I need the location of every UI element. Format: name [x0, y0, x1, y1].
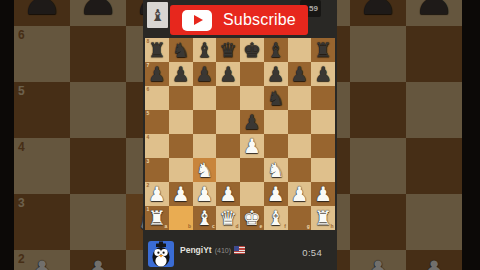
- square-b5[interactable]: [169, 110, 193, 134]
- square-b7[interactable]: ♟: [169, 62, 193, 86]
- rank-label: 1: [147, 207, 150, 212]
- square-e8[interactable]: ♚: [240, 38, 264, 62]
- square-h6[interactable]: [311, 86, 335, 110]
- piece-bp-e5[interactable]: ♟: [243, 110, 261, 134]
- square-d5[interactable]: [216, 110, 240, 134]
- square-d7[interactable]: ♟: [216, 62, 240, 86]
- piece-bb-f8[interactable]: ♝: [267, 38, 285, 62]
- player-rating: (410): [215, 247, 231, 254]
- piece-wp-d2[interactable]: ♟: [219, 182, 237, 206]
- square-d8[interactable]: ♛: [216, 38, 240, 62]
- square-c3[interactable]: ♞: [193, 158, 217, 182]
- square-c4[interactable]: [193, 134, 217, 158]
- square-e3[interactable]: [240, 158, 264, 182]
- square-h5[interactable]: [311, 110, 335, 134]
- bottom-player-clock: 0:54: [302, 247, 322, 258]
- square-a7[interactable]: 7♟: [145, 62, 169, 86]
- piece-br-a8[interactable]: ♜: [148, 38, 166, 62]
- piece-bp-c7[interactable]: ♟: [195, 62, 213, 86]
- file-label: a: [164, 224, 167, 229]
- square-d2[interactable]: ♟: [216, 182, 240, 206]
- square-e4[interactable]: ♟: [240, 134, 264, 158]
- square-c7[interactable]: ♟: [193, 62, 217, 86]
- piece-bn-b8[interactable]: ♞: [172, 38, 190, 62]
- rank-label: 2: [147, 183, 150, 188]
- square-e5[interactable]: ♟: [240, 110, 264, 134]
- piece-wp-g2[interactable]: ♟: [290, 182, 308, 206]
- penguin-icon: [148, 241, 174, 267]
- square-g4[interactable]: [288, 134, 312, 158]
- file-label: g: [307, 224, 310, 229]
- piece-wp-e4[interactable]: ♟: [243, 134, 261, 158]
- piece-bp-h7[interactable]: ♟: [314, 62, 332, 86]
- rank-label: 6: [147, 87, 150, 92]
- piece-bp-d7[interactable]: ♟: [219, 62, 237, 86]
- piece-br-h8[interactable]: ♜: [314, 38, 332, 62]
- piece-wq-d1[interactable]: ♛: [219, 206, 237, 230]
- square-g8[interactable]: [288, 38, 312, 62]
- square-f2[interactable]: ♟: [264, 182, 288, 206]
- piece-wn-f3[interactable]: ♞: [267, 158, 285, 182]
- rank-label: 4: [147, 135, 150, 140]
- square-h1[interactable]: h♜: [311, 206, 335, 230]
- piece-wk-e1[interactable]: ♚: [243, 206, 261, 230]
- us-flag-icon: [234, 246, 245, 254]
- piece-bb-c8[interactable]: ♝: [195, 38, 213, 62]
- square-a3[interactable]: 3: [145, 158, 169, 182]
- square-f4[interactable]: [264, 134, 288, 158]
- square-f8[interactable]: ♝: [264, 38, 288, 62]
- player-name: PengiYt: [180, 245, 212, 255]
- square-g2[interactable]: ♟: [288, 182, 312, 206]
- square-h2[interactable]: ♟: [311, 182, 335, 206]
- square-f3[interactable]: ♞: [264, 158, 288, 182]
- square-e7[interactable]: [240, 62, 264, 86]
- file-label: b: [188, 224, 191, 229]
- square-c6[interactable]: [193, 86, 217, 110]
- square-c5[interactable]: [193, 110, 217, 134]
- square-d3[interactable]: [216, 158, 240, 182]
- piece-bp-b7[interactable]: ♟: [172, 62, 190, 86]
- chess-board: 8♜♞♝♛♚♝♜7♟♟♟♟♟♟♟6♞5♟4♟3♞♞2♟♟♟♟♟♟♟1a♜bc♝d…: [145, 38, 335, 228]
- piece-wb-c1[interactable]: ♝: [195, 206, 213, 230]
- square-g7[interactable]: ♟: [288, 62, 312, 86]
- square-d1[interactable]: d♛: [216, 206, 240, 230]
- file-label: e: [259, 224, 262, 229]
- square-a5[interactable]: 5: [145, 110, 169, 134]
- piece-wr-h1[interactable]: ♜: [314, 206, 332, 230]
- square-h7[interactable]: ♟: [311, 62, 335, 86]
- piece-bp-f7[interactable]: ♟: [267, 62, 285, 86]
- square-g3[interactable]: [288, 158, 312, 182]
- rank-label: 8: [147, 39, 150, 44]
- square-b6[interactable]: [169, 86, 193, 110]
- square-e2[interactable]: [240, 182, 264, 206]
- piece-wp-a2[interactable]: ♟: [148, 182, 166, 206]
- square-e6[interactable]: [240, 86, 264, 110]
- piece-wp-h2[interactable]: ♟: [314, 182, 332, 206]
- square-a4[interactable]: 4: [145, 134, 169, 158]
- piece-wb-f1[interactable]: ♝: [267, 206, 285, 230]
- piece-bn-f6[interactable]: ♞: [267, 86, 285, 110]
- square-b8[interactable]: ♞: [169, 38, 193, 62]
- rank-label: 7: [147, 63, 150, 68]
- square-c2[interactable]: ♟: [193, 182, 217, 206]
- square-a6[interactable]: 6: [145, 86, 169, 110]
- top-player-avatar[interactable]: ♝: [147, 2, 168, 28]
- square-d4[interactable]: [216, 134, 240, 158]
- file-label: h: [330, 224, 333, 229]
- square-b4[interactable]: [169, 134, 193, 158]
- square-f7[interactable]: ♟: [264, 62, 288, 86]
- bottom-player-info[interactable]: PengiYt (410): [180, 245, 245, 255]
- piece-wp-c2[interactable]: ♟: [195, 182, 213, 206]
- piece-wp-f2[interactable]: ♟: [267, 182, 285, 206]
- piece-wn-c3[interactable]: ♞: [195, 158, 213, 182]
- square-f1[interactable]: f♝: [264, 206, 288, 230]
- piece-bp-a7[interactable]: ♟: [148, 62, 166, 86]
- piece-wr-a1[interactable]: ♜: [148, 206, 166, 230]
- file-label: c: [212, 224, 215, 229]
- bottom-player-avatar[interactable]: [148, 241, 174, 267]
- piece-bq-d8[interactable]: ♛: [219, 38, 237, 62]
- file-label: d: [235, 224, 238, 229]
- square-g1[interactable]: g: [288, 206, 312, 230]
- piece-bk-e8[interactable]: ♚: [243, 38, 261, 62]
- square-b2[interactable]: ♟: [169, 182, 193, 206]
- square-d6[interactable]: [216, 86, 240, 110]
- subscribe-label: Subscribe: [223, 11, 296, 29]
- youtube-play-icon: [182, 10, 212, 31]
- game-panel: ♝ 59 Subscribe 8♜♞♝♛♚♝♜7♟♟♟♟♟♟♟6♞5♟4♟3♞♞…: [143, 0, 337, 270]
- square-h4[interactable]: [311, 134, 335, 158]
- black-piece-photo-icon: ♝: [150, 6, 164, 25]
- square-h3[interactable]: [311, 158, 335, 182]
- square-a8[interactable]: 8♜: [145, 38, 169, 62]
- square-f5[interactable]: [264, 110, 288, 134]
- square-b1[interactable]: b: [169, 206, 193, 230]
- piece-wp-b2[interactable]: ♟: [172, 182, 190, 206]
- video-frame: 8♜♞♝♛♚♝♜7♟♟♟♟♟♟♟6♞5♟4♟3♞♞2♟♟♟♟♟♟♟1a♜bc♝d…: [0, 0, 480, 270]
- square-g6[interactable]: [288, 86, 312, 110]
- bottom-clock-value: 0:54: [302, 247, 322, 258]
- rank-label: 5: [147, 111, 150, 116]
- subscribe-button[interactable]: Subscribe: [170, 5, 308, 35]
- square-e1[interactable]: e♚: [240, 206, 264, 230]
- square-c1[interactable]: c♝: [193, 206, 217, 230]
- square-f6[interactable]: ♞: [264, 86, 288, 110]
- rank-label: 3: [147, 159, 150, 164]
- square-a2[interactable]: 2♟: [145, 182, 169, 206]
- top-clock-value: 59: [309, 4, 318, 13]
- square-g5[interactable]: [288, 110, 312, 134]
- square-a1[interactable]: 1a♜: [145, 206, 169, 230]
- square-b3[interactable]: [169, 158, 193, 182]
- piece-bp-g7[interactable]: ♟: [290, 62, 308, 86]
- square-c8[interactable]: ♝: [193, 38, 217, 62]
- file-label: f: [284, 224, 286, 229]
- square-h8[interactable]: ♜: [311, 38, 335, 62]
